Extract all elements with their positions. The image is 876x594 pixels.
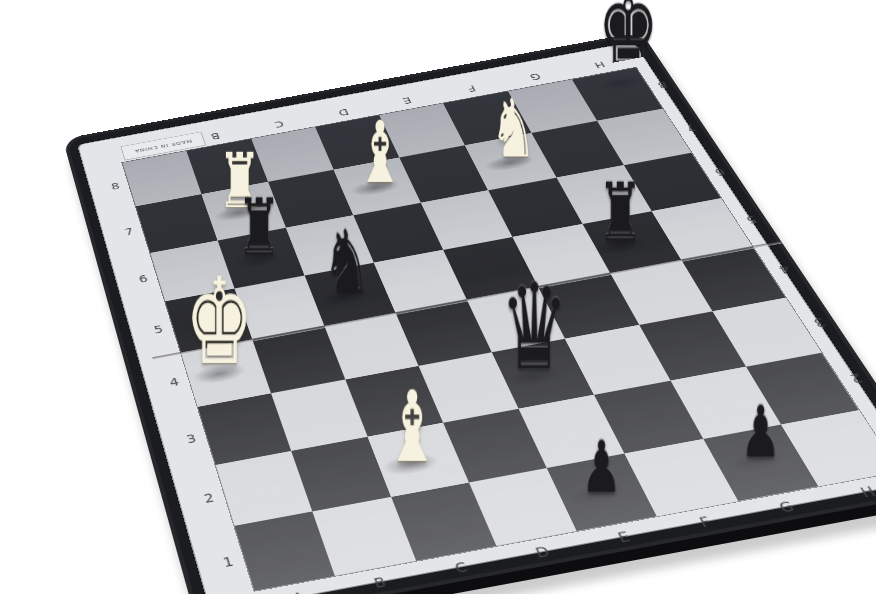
square-h1[interactable] [781,410,876,486]
black-queen-e3[interactable]: ♛ [500,271,568,384]
white-bishop-c2[interactable]: ♝ [384,380,440,473]
board-rotation-wrapper: ♚♜♝♞♜♞♜♚♛♝♟♟ ABCDEFGH ABCDEFGH 87654321 … [0,0,876,594]
chess-board-frame: ♚♜♝♞♜♞♜♚♛♝♟♟ ABCDEFGH ABCDEFGH 87654321 … [63,32,876,594]
black-pawn-e1[interactable]: ♟ [581,434,622,502]
black-knight-c5[interactable]: ♞ [322,222,371,303]
white-king-a4[interactable]: ♚ [185,265,254,379]
white-bishop-d7[interactable]: ♝ [355,112,404,193]
black-pawn-g1[interactable]: ♟ [740,399,781,466]
black-king-h8[interactable]: ♚ [598,0,659,79]
board-surface: ♚♜♝♞♜♞♜♚♛♝♟♟ ABCDEFGH ABCDEFGH 87654321 … [77,42,876,594]
board-grid: ♚♜♝♞♜♞♜♚♛♝♟♟ [121,67,876,592]
black-rook-g5[interactable]: ♜ [597,176,643,252]
white-knight-f7[interactable]: ♞ [491,91,537,168]
product-photo-stage: ♚♜♝♞♜♞♜♚♛♝♟♟ ABCDEFGH ABCDEFGH 87654321 … [0,0,876,594]
perspective-scene: ♚♜♝♞♜♞♜♚♛♝♟♟ ABCDEFGH ABCDEFGH 87654321 … [0,0,876,594]
square-a2[interactable] [216,450,313,525]
